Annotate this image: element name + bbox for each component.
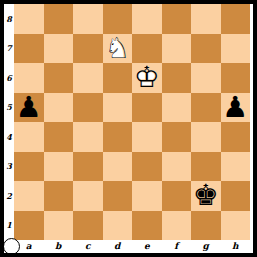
square-h1[interactable] <box>221 211 251 241</box>
square-e4[interactable] <box>132 122 162 152</box>
rank-label-3: 3 <box>4 152 14 182</box>
square-f8[interactable] <box>162 4 192 34</box>
black-king-piece[interactable]: ♚ <box>193 181 219 210</box>
square-b2[interactable] <box>44 181 74 211</box>
white-knight-piece[interactable]: ♞♘ <box>104 34 130 63</box>
square-b7[interactable] <box>44 34 74 64</box>
square-e6[interactable]: ♚♔ <box>132 63 162 93</box>
white-to-move-indicator-circle <box>3 238 20 255</box>
square-b3[interactable] <box>44 152 74 182</box>
square-g5[interactable] <box>191 93 221 123</box>
square-h7[interactable] <box>221 34 251 64</box>
square-d6[interactable] <box>103 63 133 93</box>
square-c6[interactable] <box>73 63 103 93</box>
square-b4[interactable] <box>44 122 74 152</box>
square-c8[interactable] <box>73 4 103 34</box>
file-label-d: d <box>103 241 133 253</box>
square-d4[interactable] <box>103 122 133 152</box>
square-c5[interactable] <box>73 93 103 123</box>
square-d2[interactable] <box>103 181 133 211</box>
square-a8[interactable] <box>14 4 44 34</box>
square-c3[interactable] <box>73 152 103 182</box>
square-a6[interactable] <box>14 63 44 93</box>
square-g6[interactable] <box>191 63 221 93</box>
white-king-outline: ♔ <box>134 63 160 93</box>
file-label-e: e <box>132 241 162 253</box>
file-label-f: f <box>162 241 192 253</box>
white-king-piece[interactable]: ♚♔ <box>134 63 160 92</box>
file-label-g: g <box>191 241 221 253</box>
rank-labels: 87654321 <box>4 4 14 240</box>
square-g1[interactable] <box>191 211 221 241</box>
white-knight-outline: ♘ <box>104 34 130 64</box>
chess-board: ♞♘♚♔♟♟♚ <box>14 4 250 240</box>
square-f5[interactable] <box>162 93 192 123</box>
square-a7[interactable] <box>14 34 44 64</box>
chess-diagram-frame: ♞♘♚♔♟♟♚ 87654321 abcdefgh <box>0 0 257 257</box>
square-h2[interactable] <box>221 181 251 211</box>
square-d1[interactable] <box>103 211 133 241</box>
rank-label-5: 5 <box>4 93 14 123</box>
square-c1[interactable] <box>73 211 103 241</box>
square-a1[interactable] <box>14 211 44 241</box>
square-e8[interactable] <box>132 4 162 34</box>
square-g7[interactable] <box>191 34 221 64</box>
square-f4[interactable] <box>162 122 192 152</box>
square-g4[interactable] <box>191 122 221 152</box>
square-d3[interactable] <box>103 152 133 182</box>
square-h4[interactable] <box>221 122 251 152</box>
square-c2[interactable] <box>73 181 103 211</box>
square-g2[interactable]: ♚ <box>191 181 221 211</box>
square-e2[interactable] <box>132 181 162 211</box>
square-b8[interactable] <box>44 4 74 34</box>
rank-label-1: 1 <box>4 211 14 241</box>
square-e5[interactable] <box>132 93 162 123</box>
square-a2[interactable] <box>14 181 44 211</box>
black-pawn-piece[interactable]: ♟ <box>16 93 42 122</box>
square-a3[interactable] <box>14 152 44 182</box>
square-h6[interactable] <box>221 63 251 93</box>
rank-label-4: 4 <box>4 122 14 152</box>
square-c7[interactable] <box>73 34 103 64</box>
square-b5[interactable] <box>44 93 74 123</box>
square-c4[interactable] <box>73 122 103 152</box>
square-d7[interactable]: ♞♘ <box>103 34 133 64</box>
square-f3[interactable] <box>162 152 192 182</box>
square-g3[interactable] <box>191 152 221 182</box>
square-h8[interactable] <box>221 4 251 34</box>
square-d5[interactable] <box>103 93 133 123</box>
square-e7[interactable] <box>132 34 162 64</box>
square-h5[interactable]: ♟ <box>221 93 251 123</box>
rank-label-2: 2 <box>4 181 14 211</box>
square-e1[interactable] <box>132 211 162 241</box>
file-label-c: c <box>73 241 103 253</box>
square-a5[interactable]: ♟ <box>14 93 44 123</box>
square-e3[interactable] <box>132 152 162 182</box>
square-f1[interactable] <box>162 211 192 241</box>
square-b1[interactable] <box>44 211 74 241</box>
square-f7[interactable] <box>162 34 192 64</box>
file-labels: abcdefgh <box>14 241 250 253</box>
square-f6[interactable] <box>162 63 192 93</box>
square-f2[interactable] <box>162 181 192 211</box>
rank-label-8: 8 <box>4 4 14 34</box>
rank-label-7: 7 <box>4 34 14 64</box>
square-h3[interactable] <box>221 152 251 182</box>
rank-label-6: 6 <box>4 63 14 93</box>
square-g8[interactable] <box>191 4 221 34</box>
square-b6[interactable] <box>44 63 74 93</box>
square-a4[interactable] <box>14 122 44 152</box>
file-label-b: b <box>44 241 74 253</box>
black-pawn-piece[interactable]: ♟ <box>222 93 248 122</box>
square-d8[interactable] <box>103 4 133 34</box>
file-label-h: h <box>221 241 251 253</box>
